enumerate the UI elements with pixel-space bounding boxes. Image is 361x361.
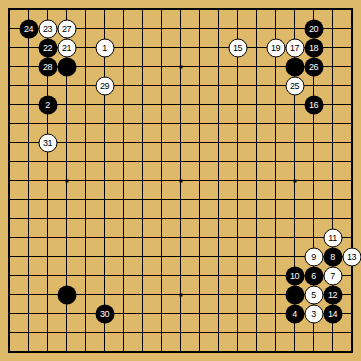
star-point xyxy=(65,179,68,182)
move-number-label: 2 xyxy=(45,100,50,109)
go-board: 1234567891011121314151617181920212223242… xyxy=(0,0,361,361)
stone-black-move-2: 2 xyxy=(38,95,57,114)
move-number-label: 5 xyxy=(311,290,316,299)
move-number-label: 21 xyxy=(62,43,71,52)
stone-black-move-22: 22 xyxy=(38,38,57,57)
stone-white-move-5: 5 xyxy=(304,285,323,304)
stone-black-move-16: 16 xyxy=(304,95,323,114)
stone-white-move-11: 11 xyxy=(323,228,342,247)
stone-white-move-15: 15 xyxy=(228,38,247,57)
move-number-label: 6 xyxy=(311,271,316,280)
move-number-label: 22 xyxy=(43,43,52,52)
stone-black-move-4: 4 xyxy=(285,304,304,323)
star-point xyxy=(293,179,296,182)
move-number-label: 28 xyxy=(43,62,52,71)
stone-white-move-3: 3 xyxy=(304,304,323,323)
stone-black-setup xyxy=(285,57,304,76)
stone-black-move-18: 18 xyxy=(304,38,323,57)
stone-white-move-23: 23 xyxy=(38,19,57,38)
stone-black-move-26: 26 xyxy=(304,57,323,76)
move-number-label: 12 xyxy=(328,290,337,299)
stone-white-move-7: 7 xyxy=(323,266,342,285)
stone-white-move-27: 27 xyxy=(57,19,76,38)
move-number-label: 30 xyxy=(100,309,109,318)
move-number-label: 8 xyxy=(330,252,335,261)
stone-white-move-17: 17 xyxy=(285,38,304,57)
move-number-label: 9 xyxy=(311,252,316,261)
star-point xyxy=(179,293,182,296)
stone-black-setup xyxy=(57,285,76,304)
move-number-label: 20 xyxy=(309,24,318,33)
stone-white-move-29: 29 xyxy=(95,76,114,95)
stone-white-move-21: 21 xyxy=(57,38,76,57)
move-number-label: 7 xyxy=(330,271,335,280)
go-diagram: 1234567891011121314151617181920212223242… xyxy=(0,0,361,361)
stone-white-move-19: 19 xyxy=(266,38,285,57)
star-point xyxy=(179,179,182,182)
stone-white-move-25: 25 xyxy=(285,76,304,95)
stone-black-move-20: 20 xyxy=(304,19,323,38)
move-number-label: 11 xyxy=(328,233,337,242)
stone-black-move-6: 6 xyxy=(304,266,323,285)
star-point xyxy=(179,65,182,68)
move-number-label: 10 xyxy=(290,271,299,280)
move-number-label: 26 xyxy=(309,62,318,71)
move-number-label: 16 xyxy=(309,100,318,109)
stone-white-move-13: 13 xyxy=(342,247,361,266)
stone-black-setup xyxy=(57,57,76,76)
move-number-label: 19 xyxy=(271,43,280,52)
move-number-label: 4 xyxy=(292,309,297,318)
stone-black-move-30: 30 xyxy=(95,304,114,323)
move-number-label: 1 xyxy=(102,43,107,52)
move-number-label: 27 xyxy=(62,24,71,33)
move-number-label: 25 xyxy=(290,81,299,90)
move-number-label: 24 xyxy=(24,24,33,33)
stone-black-move-10: 10 xyxy=(285,266,304,285)
move-number-label: 13 xyxy=(347,252,356,261)
stone-black-move-24: 24 xyxy=(19,19,38,38)
move-number-label: 18 xyxy=(309,43,318,52)
stone-black-setup xyxy=(285,285,304,304)
move-number-label: 23 xyxy=(43,24,52,33)
stone-black-move-14: 14 xyxy=(323,304,342,323)
stone-black-move-12: 12 xyxy=(323,285,342,304)
move-number-label: 29 xyxy=(100,81,109,90)
move-number-label: 15 xyxy=(233,43,242,52)
stone-white-move-9: 9 xyxy=(304,247,323,266)
stone-white-move-31: 31 xyxy=(38,133,57,152)
move-number-label: 3 xyxy=(311,309,316,318)
move-number-label: 17 xyxy=(290,43,299,52)
stone-black-move-28: 28 xyxy=(38,57,57,76)
stone-white-move-1: 1 xyxy=(95,38,114,57)
stone-black-move-8: 8 xyxy=(323,247,342,266)
move-number-label: 14 xyxy=(328,309,337,318)
move-number-label: 31 xyxy=(43,138,52,147)
